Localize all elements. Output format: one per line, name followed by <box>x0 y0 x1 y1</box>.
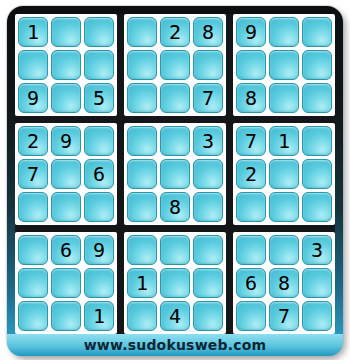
cell-r9c2[interactable] <box>51 301 81 331</box>
cell-r7c3[interactable]: 9 <box>84 235 114 265</box>
cell-r4c1[interactable]: 2 <box>18 126 48 156</box>
cell-r6c7[interactable] <box>236 192 266 222</box>
cell-r4c8[interactable]: 1 <box>269 126 299 156</box>
cell-r2c1[interactable] <box>18 50 48 80</box>
cell-r1c1[interactable]: 1 <box>18 17 48 47</box>
footer-bar: www.sudokusweb.com <box>7 334 343 356</box>
cell-r3c9[interactable] <box>302 83 332 113</box>
cell-r8c5[interactable] <box>160 268 190 298</box>
cell-r1c7[interactable]: 9 <box>236 17 266 47</box>
cell-r8c7[interactable]: 6 <box>236 268 266 298</box>
block-5: 38 <box>124 123 226 225</box>
cell-r2c6[interactable] <box>193 50 223 80</box>
block-6: 712 <box>233 123 335 225</box>
cell-r1c8[interactable] <box>269 17 299 47</box>
cell-r8c8[interactable]: 8 <box>269 268 299 298</box>
cell-r6c2[interactable] <box>51 192 81 222</box>
cell-r3c6[interactable]: 7 <box>193 83 223 113</box>
cell-r4c5[interactable] <box>160 126 190 156</box>
cell-r9c9[interactable] <box>302 301 332 331</box>
cell-r2c4[interactable] <box>127 50 157 80</box>
cell-r1c9[interactable] <box>302 17 332 47</box>
cell-r7c5[interactable] <box>160 235 190 265</box>
cell-r8c4[interactable]: 1 <box>127 268 157 298</box>
block-7: 691 <box>15 232 117 334</box>
cell-r7c2[interactable]: 6 <box>51 235 81 265</box>
cell-r1c3[interactable] <box>84 17 114 47</box>
cell-r5c4[interactable] <box>127 159 157 189</box>
cell-r9c8[interactable]: 7 <box>269 301 299 331</box>
block-2: 287 <box>124 14 226 116</box>
cell-r6c8[interactable] <box>269 192 299 222</box>
cell-r4c4[interactable] <box>127 126 157 156</box>
cell-r9c5[interactable]: 4 <box>160 301 190 331</box>
cell-r3c3[interactable]: 5 <box>84 83 114 113</box>
cell-r6c3[interactable] <box>84 192 114 222</box>
cell-r2c2[interactable] <box>51 50 81 80</box>
cell-r2c5[interactable] <box>160 50 190 80</box>
cell-r5c1[interactable]: 7 <box>18 159 48 189</box>
cell-r5c6[interactable] <box>193 159 223 189</box>
cell-r5c8[interactable] <box>269 159 299 189</box>
cell-r8c2[interactable] <box>51 268 81 298</box>
cell-r2c9[interactable] <box>302 50 332 80</box>
cell-r5c3[interactable]: 6 <box>84 159 114 189</box>
cell-r8c6[interactable] <box>193 268 223 298</box>
cell-r6c9[interactable] <box>302 192 332 222</box>
cell-r7c1[interactable] <box>18 235 48 265</box>
cell-r4c2[interactable]: 9 <box>51 126 81 156</box>
cell-r3c7[interactable]: 8 <box>236 83 266 113</box>
cell-r9c4[interactable] <box>127 301 157 331</box>
cell-r9c7[interactable] <box>236 301 266 331</box>
cell-r1c2[interactable] <box>51 17 81 47</box>
cell-r2c8[interactable] <box>269 50 299 80</box>
cell-r1c4[interactable] <box>127 17 157 47</box>
site-link[interactable]: www.sudokusweb.com <box>84 337 267 353</box>
cell-r4c6[interactable]: 3 <box>193 126 223 156</box>
cell-r8c3[interactable] <box>84 268 114 298</box>
cell-r3c5[interactable] <box>160 83 190 113</box>
cell-r6c4[interactable] <box>127 192 157 222</box>
cell-r4c3[interactable] <box>84 126 114 156</box>
cell-r6c6[interactable] <box>193 192 223 222</box>
cell-r6c5[interactable]: 8 <box>160 192 190 222</box>
cell-r3c1[interactable]: 9 <box>18 83 48 113</box>
cell-r4c9[interactable] <box>302 126 332 156</box>
cell-r8c9[interactable] <box>302 268 332 298</box>
cell-r4c7[interactable]: 7 <box>236 126 266 156</box>
cell-r6c1[interactable] <box>18 192 48 222</box>
cell-r5c5[interactable] <box>160 159 190 189</box>
cell-r7c6[interactable] <box>193 235 223 265</box>
cell-r7c8[interactable] <box>269 235 299 265</box>
cell-r2c3[interactable] <box>84 50 114 80</box>
block-9: 3687 <box>233 232 335 334</box>
sudoku-board: 19528798297638712691143687 www.sudokuswe… <box>7 6 343 356</box>
block-4: 2976 <box>15 123 117 225</box>
cell-r5c2[interactable] <box>51 159 81 189</box>
cell-r7c7[interactable] <box>236 235 266 265</box>
cell-r7c9[interactable]: 3 <box>302 235 332 265</box>
sudoku-grid: 19528798297638712691143687 <box>15 14 335 334</box>
block-8: 14 <box>124 232 226 334</box>
cell-r5c7[interactable]: 2 <box>236 159 266 189</box>
cell-r9c3[interactable]: 1 <box>84 301 114 331</box>
cell-r3c4[interactable] <box>127 83 157 113</box>
cell-r7c4[interactable] <box>127 235 157 265</box>
cell-r9c6[interactable] <box>193 301 223 331</box>
cell-r1c6[interactable]: 8 <box>193 17 223 47</box>
cell-r1c5[interactable]: 2 <box>160 17 190 47</box>
block-1: 195 <box>15 14 117 116</box>
cell-r9c1[interactable] <box>18 301 48 331</box>
block-3: 98 <box>233 14 335 116</box>
cell-r3c8[interactable] <box>269 83 299 113</box>
cell-r8c1[interactable] <box>18 268 48 298</box>
cell-r5c9[interactable] <box>302 159 332 189</box>
cell-r2c7[interactable] <box>236 50 266 80</box>
cell-r3c2[interactable] <box>51 83 81 113</box>
